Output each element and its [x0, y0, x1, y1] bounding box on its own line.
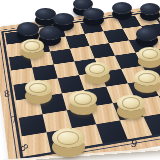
piece-groove-ring — [24, 41, 39, 50]
rank-label: 7 — [10, 116, 17, 126]
checker-piece-white[interactable] — [21, 39, 44, 53]
piece-groove-ring — [122, 97, 141, 108]
checker-piece-white[interactable] — [85, 62, 110, 77]
checker-piece-black[interactable] — [53, 13, 74, 26]
piece-groove-ring — [138, 73, 155, 83]
checker-piece-black[interactable] — [140, 3, 160, 15]
checker-piece-black[interactable] — [83, 8, 104, 21]
checker-piece-black[interactable] — [17, 22, 39, 35]
checkers-board-photo: 8 7 8 9 — [0, 0, 160, 160]
piece-groove-ring — [29, 83, 47, 94]
checker-piece-white[interactable] — [52, 128, 85, 148]
rank-label: 8 — [3, 90, 10, 100]
checker-piece-white[interactable] — [134, 70, 160, 86]
checker-piece-black[interactable] — [112, 2, 132, 14]
checker-piece-black[interactable] — [136, 27, 158, 40]
piece-groove-ring — [142, 49, 158, 59]
piece-groove-ring — [89, 64, 106, 74]
checker-piece-black[interactable] — [39, 26, 61, 39]
checker-piece-white[interactable] — [25, 80, 52, 96]
piece-groove-ring — [74, 93, 93, 104]
checker-piece-white[interactable] — [138, 47, 160, 61]
piece-groove-ring — [57, 131, 79, 144]
